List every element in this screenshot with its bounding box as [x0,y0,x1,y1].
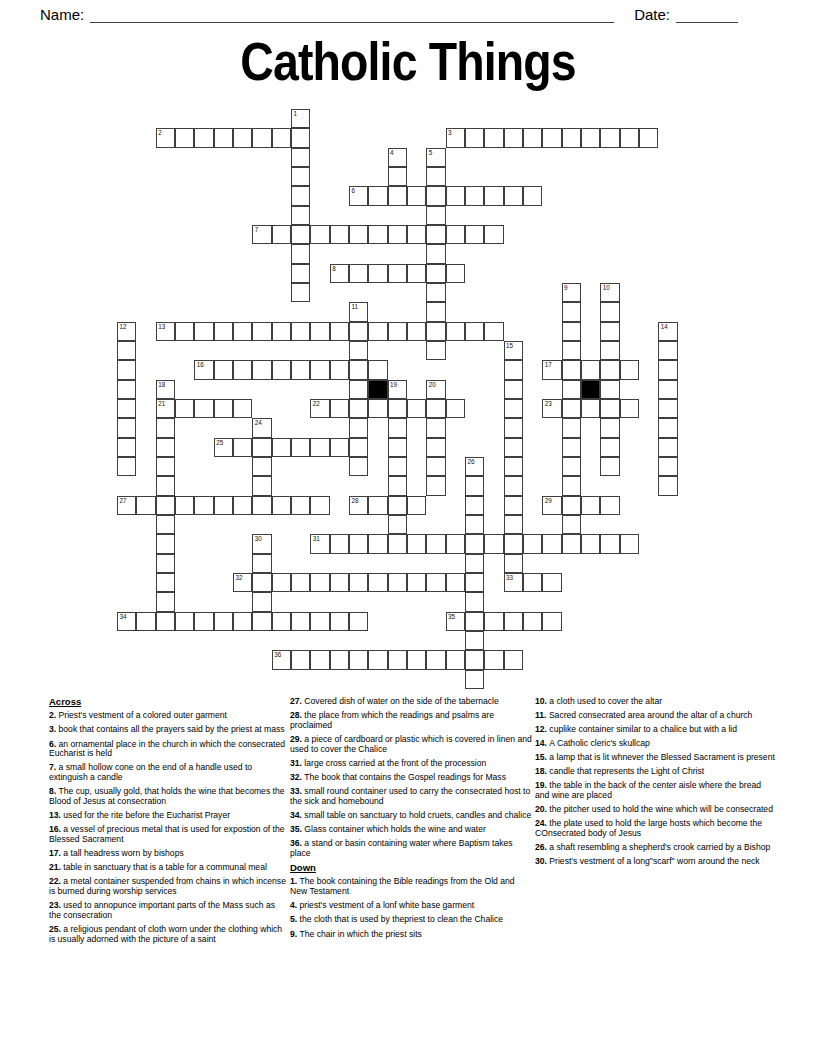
grid-cell[interactable] [252,554,271,573]
grid-cell[interactable]: 9 [562,283,581,302]
grid-cell[interactable]: 30 [252,534,271,553]
grid-cell[interactable] [175,399,194,418]
grid-cell[interactable] [446,264,465,283]
grid-cell[interactable] [175,322,194,341]
grid-cell[interactable] [156,515,175,534]
grid-cell[interactable] [465,515,484,534]
grid-cell[interactable] [156,496,175,515]
grid-cell[interactable] [600,457,619,476]
grid-cell[interactable] [156,554,175,573]
grid-cell[interactable] [194,612,213,631]
grid-cell[interactable] [310,612,329,631]
grid-cell[interactable] [426,283,445,302]
grid-cell[interactable] [214,496,233,515]
grid-cell[interactable] [252,573,271,592]
grid-cell[interactable]: 4 [388,148,407,167]
grid-cell[interactable] [349,380,368,399]
grid-cell[interactable]: 18 [156,380,175,399]
grid-cell[interactable] [465,476,484,495]
grid-cell[interactable] [156,534,175,553]
grid-cell[interactable] [504,186,523,205]
grid-cell[interactable] [426,225,445,244]
grid-cell[interactable] [504,418,523,437]
grid-cell[interactable] [484,322,503,341]
grid-cell[interactable] [214,322,233,341]
grid-cell[interactable] [233,496,252,515]
grid-cell[interactable] [446,534,465,553]
grid-cell[interactable] [368,496,387,515]
grid-cell[interactable]: 20 [426,380,445,399]
grid-cell[interactable]: 3 [446,128,465,147]
grid-cell[interactable] [426,650,445,669]
grid-cell[interactable] [388,399,407,418]
grid-cell[interactable] [465,128,484,147]
grid-cell[interactable] [407,534,426,553]
grid-cell[interactable] [252,322,271,341]
grid-cell[interactable] [465,612,484,631]
grid-cell[interactable] [426,186,445,205]
grid-cell[interactable] [156,418,175,437]
grid-cell[interactable] [368,360,387,379]
grid-cell[interactable] [407,225,426,244]
grid-cell[interactable] [233,612,252,631]
grid-cell[interactable] [330,438,349,457]
grid-cell[interactable] [330,225,349,244]
grid-cell[interactable] [233,322,252,341]
grid-cell[interactable] [136,496,155,515]
grid-cell[interactable] [407,650,426,669]
grid-cell[interactable] [368,225,387,244]
grid-cell[interactable] [426,206,445,225]
grid-cell[interactable] [252,438,271,457]
clue-4: 4. priest's vestment of a lonf white bas… [290,901,532,911]
grid-cell[interactable] [600,496,619,515]
grid-cell[interactable] [581,496,600,515]
grid-cell[interactable] [600,360,619,379]
grid-cell[interactable] [291,496,310,515]
clue-1: 1. The book containing the Bible reading… [290,877,532,897]
grid-cell[interactable]: 17 [542,360,561,379]
grid-cell[interactable]: 29 [542,496,561,515]
grid-cell[interactable]: 19 [388,380,407,399]
grid-cell[interactable] [388,438,407,457]
grid-cell[interactable] [407,322,426,341]
grid-cell[interactable] [368,650,387,669]
grid-cell[interactable]: 26 [465,457,484,476]
grid-cell[interactable] [194,496,213,515]
grid-cell[interactable] [330,612,349,631]
grid-cell[interactable]: 36 [272,650,291,669]
grid-cell[interactable] [465,322,484,341]
grid-cell[interactable] [214,399,233,418]
grid-cell[interactable] [562,322,581,341]
grid-cell[interactable] [465,186,484,205]
grid-cell[interactable] [349,534,368,553]
grid-cell[interactable] [117,418,136,437]
grid-cell[interactable] [330,399,349,418]
grid-cell[interactable] [291,206,310,225]
grid-cell[interactable] [600,341,619,360]
grid-cell[interactable] [252,128,271,147]
grid-cell[interactable] [426,573,445,592]
grid-cell[interactable] [562,476,581,495]
grid-cell[interactable] [407,573,426,592]
grid-cell[interactable] [600,418,619,437]
grid-cell[interactable] [291,186,310,205]
grid-cell[interactable] [368,573,387,592]
grid-cell[interactable] [600,128,619,147]
grid-cell[interactable] [310,573,329,592]
grid-cell[interactable] [620,399,639,418]
grid-cell[interactable]: 34 [117,612,136,631]
grid-cell[interactable] [484,534,503,553]
grid-cell[interactable] [465,496,484,515]
grid-cell[interactable] [504,457,523,476]
grid-cell[interactable] [272,128,291,147]
grid-cell[interactable] [658,360,677,379]
grid-cell[interactable]: 1 [291,109,310,128]
grid-cell[interactable] [465,554,484,573]
grid-cell[interactable] [581,399,600,418]
grid-cell[interactable]: 32 [233,573,252,592]
grid-cell[interactable] [330,573,349,592]
grid-cell[interactable] [658,399,677,418]
grid-cell[interactable] [136,612,155,631]
grid-cell[interactable]: 23 [542,399,561,418]
grid-cell[interactable] [426,399,445,418]
grid-cell[interactable] [388,167,407,186]
grid-cell[interactable] [349,322,368,341]
grid-cell[interactable] [600,534,619,553]
grid-cell[interactable] [465,592,484,611]
grid-cell[interactable] [484,612,503,631]
grid-cell[interactable] [504,612,523,631]
grid-cell[interactable] [562,457,581,476]
grid-cell[interactable] [330,360,349,379]
grid-cell[interactable] [600,380,619,399]
grid-cell[interactable] [194,322,213,341]
grid-cell[interactable]: 2 [156,128,175,147]
grid-cell[interactable] [388,534,407,553]
grid-cell[interactable] [233,399,252,418]
grid-cell[interactable] [581,128,600,147]
grid-cell[interactable] [330,650,349,669]
grid-cell[interactable] [600,399,619,418]
grid-cell[interactable] [349,457,368,476]
grid-cell[interactable] [465,631,484,650]
grid-cell[interactable] [291,283,310,302]
grid-cell[interactable]: 27 [117,496,136,515]
grid-cell[interactable] [446,399,465,418]
grid-cell[interactable] [194,128,213,147]
grid-cell[interactable] [368,264,387,283]
grid-cell[interactable] [291,244,310,263]
grid-cell[interactable] [504,438,523,457]
grid-cell[interactable] [252,360,271,379]
grid-cell[interactable] [156,592,175,611]
grid-cell[interactable] [349,612,368,631]
grid-cell[interactable] [291,167,310,186]
grid-cell[interactable] [156,476,175,495]
grid-cell[interactable] [426,264,445,283]
grid-cell[interactable] [658,341,677,360]
grid-cell[interactable]: 7 [252,225,271,244]
grid-cell[interactable] [639,128,658,147]
grid-cell[interactable] [252,476,271,495]
grid-cell[interactable] [388,322,407,341]
grid-cell[interactable] [407,399,426,418]
grid-cell[interactable] [117,399,136,418]
grid-cell[interactable] [117,360,136,379]
grid-cell[interactable] [620,128,639,147]
grid-cell[interactable] [504,360,523,379]
grid-cell[interactable] [504,534,523,553]
grid-cell[interactable] [562,418,581,437]
grid-cell[interactable]: 25 [214,438,233,457]
grid-cell[interactable] [349,418,368,437]
grid-cell[interactable] [581,534,600,553]
grid-cell[interactable] [562,496,581,515]
grid-cell[interactable] [620,360,639,379]
grid-cell[interactable] [600,302,619,321]
grid-cell[interactable] [272,573,291,592]
grid-cell[interactable] [465,225,484,244]
grid-cell[interactable]: 12 [117,322,136,341]
grid-cell[interactable] [658,418,677,437]
grid-cell[interactable] [252,592,271,611]
grid-cell[interactable] [252,612,271,631]
clue-21: 21. table in sanctuary that is a table f… [49,863,289,873]
grid-cell[interactable] [272,612,291,631]
grid-cell[interactable] [388,457,407,476]
grid-cell[interactable] [562,302,581,321]
grid-cell[interactable] [388,496,407,515]
grid-cell[interactable] [388,225,407,244]
grid-cell[interactable] [426,457,445,476]
grid-cell[interactable] [562,128,581,147]
grid-cell[interactable] [291,148,310,167]
grid-cell[interactable] [504,380,523,399]
grid-cell[interactable] [368,399,387,418]
grid-cell[interactable] [504,399,523,418]
grid-cell[interactable] [562,380,581,399]
grid-cell[interactable] [388,418,407,437]
grid-cell[interactable] [388,650,407,669]
grid-cell[interactable] [446,573,465,592]
grid-cell[interactable] [426,476,445,495]
grid-cell[interactable]: 33 [504,573,523,592]
grid-cell[interactable]: 15 [504,341,523,360]
grid-cell[interactable]: 6 [349,186,368,205]
grid-cell[interactable] [368,186,387,205]
grid-cell[interactable] [581,360,600,379]
grid-cell[interactable] [446,322,465,341]
grid-cell[interactable] [310,322,329,341]
grid-cell[interactable]: 16 [194,360,213,379]
grid-cell[interactable]: 28 [349,496,368,515]
grid-cell[interactable] [388,515,407,534]
grid-cell[interactable] [388,264,407,283]
grid-cell[interactable] [465,573,484,592]
date-blank-line[interactable] [676,7,738,23]
grid-cell[interactable] [349,573,368,592]
grid-cell[interactable] [542,612,561,631]
grid-cell[interactable] [658,438,677,457]
grid-cell[interactable] [620,534,639,553]
grid-cell[interactable] [658,476,677,495]
grid-cell[interactable] [407,496,426,515]
grid-cell[interactable] [523,612,542,631]
grid-cell[interactable] [562,399,581,418]
grid-cell[interactable] [504,515,523,534]
grid-cell[interactable] [426,322,445,341]
grid-cell[interactable] [504,650,523,669]
grid-cell[interactable] [562,438,581,457]
grid-cell[interactable] [426,438,445,457]
grid-cell[interactable] [252,457,271,476]
grid-cell[interactable] [349,650,368,669]
grid-cell[interactable] [484,650,503,669]
grid-cell[interactable]: 21 [156,399,175,418]
grid-cell[interactable]: 24 [252,418,271,437]
grid-cell[interactable] [523,128,542,147]
grid-cell[interactable] [233,438,252,457]
grid-cell[interactable] [562,360,581,379]
grid-cell[interactable] [542,534,561,553]
grid-cell[interactable] [523,573,542,592]
grid-cell[interactable]: 8 [330,264,349,283]
grid-cell[interactable] [175,496,194,515]
grid-cell[interactable] [175,612,194,631]
grid-cell[interactable] [272,322,291,341]
grid-cell[interactable] [349,225,368,244]
grid-cell[interactable] [310,360,329,379]
grid-cell[interactable]: 13 [156,322,175,341]
grid-cell[interactable] [446,225,465,244]
grid-cell[interactable] [484,225,503,244]
name-blank-line[interactable] [90,7,614,23]
grid-cell[interactable] [368,322,387,341]
grid-cell[interactable] [156,438,175,457]
grid-cell[interactable] [349,341,368,360]
grid-cell[interactable] [214,128,233,147]
grid-cell[interactable] [310,225,329,244]
grid-cell[interactable] [214,360,233,379]
grid-cell[interactable] [330,322,349,341]
grid-cell[interactable] [291,128,310,147]
grid-cell[interactable] [426,167,445,186]
grid-cell[interactable] [504,554,523,573]
grid-cell[interactable] [117,438,136,457]
grid-cell[interactable] [291,264,310,283]
grid-cell[interactable] [310,496,329,515]
grid-cell[interactable] [407,186,426,205]
grid-cell[interactable] [600,322,619,341]
grid-cell[interactable] [194,399,213,418]
grid-cell[interactable] [233,128,252,147]
grid-cell[interactable]: 22 [310,399,329,418]
grid-cell[interactable] [291,225,310,244]
grid-cell[interactable] [349,438,368,457]
grid-cell[interactable] [291,322,310,341]
grid-cell[interactable] [388,186,407,205]
grid-cell[interactable] [156,457,175,476]
grid-cell[interactable] [407,264,426,283]
grid-cell[interactable] [272,438,291,457]
grid-cell[interactable] [426,244,445,263]
grid-cell[interactable] [542,128,561,147]
grid-cell[interactable] [175,128,194,147]
grid-cell[interactable] [504,128,523,147]
grid-cell[interactable] [426,534,445,553]
grid-cell[interactable] [426,341,445,360]
grid-cell[interactable] [465,650,484,669]
grid-cell[interactable] [465,534,484,553]
grid-cell[interactable] [658,380,677,399]
grid-cell[interactable] [272,360,291,379]
grid-cell[interactable] [291,650,310,669]
grid-cell[interactable] [562,515,581,534]
grid-cell[interactable] [117,457,136,476]
grid-cell[interactable] [504,496,523,515]
grid-cell[interactable] [504,476,523,495]
grid-cell[interactable] [562,534,581,553]
grid-cell[interactable] [330,534,349,553]
grid-cell[interactable] [272,496,291,515]
grid-cell[interactable] [388,573,407,592]
grid-cell[interactable] [291,438,310,457]
grid-cell[interactable] [117,380,136,399]
grid-cell[interactable]: 5 [426,148,445,167]
grid-cell[interactable] [291,612,310,631]
grid-cell[interactable] [465,670,484,689]
grid-cell[interactable] [562,341,581,360]
grid-cell[interactable] [368,534,387,553]
grid-cell[interactable] [272,225,291,244]
grid-cell[interactable] [523,534,542,553]
grid-cell[interactable] [156,573,175,592]
grid-cell[interactable] [117,341,136,360]
grid-cell[interactable] [523,186,542,205]
grid-cell[interactable] [214,612,233,631]
grid-cell[interactable] [349,399,368,418]
grid-cell[interactable] [484,186,503,205]
grid-cell[interactable]: 35 [446,612,465,631]
grid-cell[interactable] [484,128,503,147]
grid-cell[interactable]: 31 [310,534,329,553]
grid-cell[interactable] [349,360,368,379]
grid-cell[interactable] [156,612,175,631]
grid-cell[interactable] [600,438,619,457]
grid-cell[interactable] [252,496,271,515]
grid-cell[interactable] [310,438,329,457]
grid-cell[interactable] [233,360,252,379]
grid-cell[interactable] [291,573,310,592]
grid-cell[interactable] [388,476,407,495]
grid-cell[interactable] [542,573,561,592]
grid-cell[interactable] [658,457,677,476]
grid-cell[interactable] [426,302,445,321]
grid-cell[interactable]: 14 [658,322,677,341]
grid-cell[interactable]: 11 [349,302,368,321]
grid-cell[interactable] [349,264,368,283]
grid-cell[interactable] [446,186,465,205]
grid-cell[interactable] [310,650,329,669]
grid-cell[interactable]: 10 [600,283,619,302]
grid-cell[interactable] [291,360,310,379]
grid-cell[interactable] [446,650,465,669]
grid-cell[interactable] [426,418,445,437]
